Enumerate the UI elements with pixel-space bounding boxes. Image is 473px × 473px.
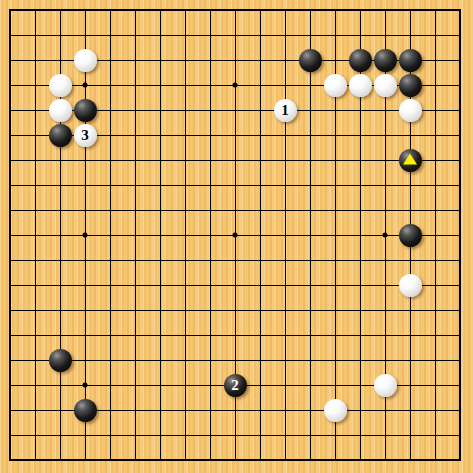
stone-white-R15 (399, 99, 422, 122)
stone-black-K4: 2 (224, 374, 247, 397)
stone-black-R16 (399, 74, 422, 97)
stone-black-D3 (74, 399, 97, 422)
go-board: 312 (0, 0, 473, 473)
move-number-label: 1 (274, 99, 297, 122)
stone-black-R13 (399, 149, 422, 172)
stone-black-Q17 (374, 49, 397, 72)
stone-black-C14 (49, 124, 72, 147)
move-number-label: 2 (224, 374, 247, 397)
stone-white-Q16 (374, 74, 397, 97)
stone-black-N17 (299, 49, 322, 72)
stone-black-R10 (399, 224, 422, 247)
stone-black-P17 (349, 49, 372, 72)
stone-white-O3 (324, 399, 347, 422)
stone-black-D15 (74, 99, 97, 122)
stone-white-M15: 1 (274, 99, 297, 122)
stone-white-O16 (324, 74, 347, 97)
stone-white-P16 (349, 74, 372, 97)
stone-white-C15 (49, 99, 72, 122)
goban-grid[interactable]: 312 (0, 0, 473, 473)
stone-white-C16 (49, 74, 72, 97)
stone-white-R8 (399, 274, 422, 297)
stone-black-C5 (49, 349, 72, 372)
triangle-marker-icon (403, 154, 417, 165)
move-number-label: 3 (74, 124, 97, 147)
stone-white-Q4 (374, 374, 397, 397)
stone-black-R17 (399, 49, 422, 72)
stone-white-D17 (74, 49, 97, 72)
stone-white-D14: 3 (74, 124, 97, 147)
